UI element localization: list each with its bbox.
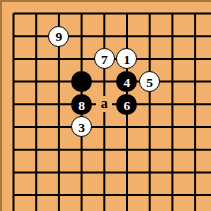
stone-move-number: 7 <box>101 53 108 67</box>
stone-white-9: 9 <box>48 26 69 47</box>
stone-move-number: 8 <box>78 98 85 112</box>
diagram-frame-left <box>0 0 2 211</box>
go-board-diagram: 97145863a <box>0 0 211 211</box>
stone-move-number: 6 <box>124 98 131 112</box>
stone-white-3: 3 <box>71 116 92 137</box>
stone-black-4: 4 <box>116 71 137 92</box>
point-label-a: a <box>96 96 112 112</box>
diagram-frame-top <box>0 0 211 2</box>
stone-black-unnumbered <box>71 71 92 92</box>
stone-black-8: 8 <box>71 94 92 115</box>
stone-move-number: 1 <box>124 53 131 67</box>
board-grid: 97145863a <box>2 2 211 211</box>
stone-move-number: 3 <box>78 121 85 135</box>
stone-move-number: 5 <box>146 75 153 89</box>
stone-white-7: 7 <box>94 48 115 69</box>
stone-white-5: 5 <box>139 71 160 92</box>
stone-move-number: 4 <box>124 75 131 89</box>
stone-white-1: 1 <box>116 48 137 69</box>
stone-move-number: 9 <box>56 30 63 44</box>
stone-black-6: 6 <box>116 94 137 115</box>
